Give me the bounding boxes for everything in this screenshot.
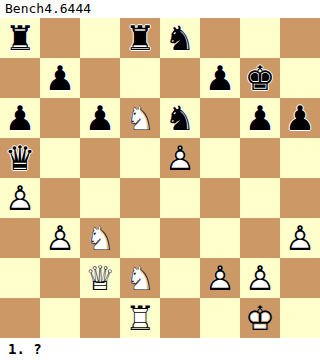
square-g7[interactable]: ♚ xyxy=(240,58,280,98)
piece-white-pawn[interactable]: ♟♙ xyxy=(240,258,280,298)
square-c1[interactable] xyxy=(80,298,120,338)
square-d3[interactable] xyxy=(120,218,160,258)
square-a7[interactable] xyxy=(0,58,40,98)
square-d5[interactable] xyxy=(120,138,160,178)
square-d1[interactable]: ♜♖ xyxy=(120,298,160,338)
square-f4[interactable] xyxy=(200,178,240,218)
piece-outline: ♙ xyxy=(240,258,280,298)
piece-white-pawn[interactable]: ♟♙ xyxy=(160,138,200,178)
square-d8[interactable]: ♜ xyxy=(120,18,160,58)
piece-outline: ♙ xyxy=(40,218,80,258)
piece-outline: ♕ xyxy=(80,258,120,298)
move-prompt: 1. ? xyxy=(8,341,42,357)
square-e8[interactable]: ♞ xyxy=(160,18,200,58)
square-e2[interactable] xyxy=(160,258,200,298)
square-f6[interactable] xyxy=(200,98,240,138)
piece-outline: ♙ xyxy=(200,258,240,298)
piece-white-king[interactable]: ♚♔ xyxy=(240,298,280,338)
square-a6[interactable]: ♟ xyxy=(0,98,40,138)
square-a4[interactable]: ♟♙ xyxy=(0,178,40,218)
square-h3[interactable]: ♟♙ xyxy=(280,218,320,258)
square-h6[interactable]: ♟ xyxy=(280,98,320,138)
square-c8[interactable] xyxy=(80,18,120,58)
window-title: Bench4.6444 xyxy=(5,1,91,16)
square-a5[interactable]: ♛ xyxy=(0,138,40,178)
square-a2[interactable] xyxy=(0,258,40,298)
square-c2[interactable]: ♛♕ xyxy=(80,258,120,298)
square-g2[interactable]: ♟♙ xyxy=(240,258,280,298)
title-bar: Bench4.6444 xyxy=(0,0,320,18)
square-h1[interactable] xyxy=(280,298,320,338)
square-g8[interactable] xyxy=(240,18,280,58)
square-a8[interactable]: ♜ xyxy=(0,18,40,58)
piece-black-queen[interactable]: ♛ xyxy=(0,138,40,178)
chess-board: ♜♜♞♟♟♚♟♟♞♘♞♟♟♛♟♙♟♙♟♙♞♘♟♙♛♕♞♘♟♙♟♙♜♖♚♔ xyxy=(0,18,320,338)
piece-black-pawn[interactable]: ♟ xyxy=(80,98,120,138)
piece-outline: ♙ xyxy=(0,178,40,218)
piece-black-rook[interactable]: ♜ xyxy=(120,18,160,58)
square-f2[interactable]: ♟♙ xyxy=(200,258,240,298)
piece-black-pawn[interactable]: ♟ xyxy=(280,98,320,138)
square-b2[interactable] xyxy=(40,258,80,298)
square-c6[interactable]: ♟ xyxy=(80,98,120,138)
piece-black-pawn[interactable]: ♟ xyxy=(240,98,280,138)
chess-window: Bench4.6444 ♜♜♞♟♟♚♟♟♞♘♞♟♟♛♟♙♟♙♟♙♞♘♟♙♛♕♞♘… xyxy=(0,0,320,360)
square-h8[interactable] xyxy=(280,18,320,58)
piece-white-queen[interactable]: ♛♕ xyxy=(80,258,120,298)
square-b3[interactable]: ♟♙ xyxy=(40,218,80,258)
piece-white-pawn[interactable]: ♟♙ xyxy=(40,218,80,258)
piece-outline: ♘ xyxy=(120,258,160,298)
square-b4[interactable] xyxy=(40,178,80,218)
square-e7[interactable] xyxy=(160,58,200,98)
square-c7[interactable] xyxy=(80,58,120,98)
square-g5[interactable] xyxy=(240,138,280,178)
piece-outline: ♘ xyxy=(120,98,160,138)
square-b6[interactable] xyxy=(40,98,80,138)
piece-outline: ♔ xyxy=(240,298,280,338)
piece-black-pawn[interactable]: ♟ xyxy=(0,98,40,138)
piece-black-pawn[interactable]: ♟ xyxy=(200,58,240,98)
square-a1[interactable] xyxy=(0,298,40,338)
square-g4[interactable] xyxy=(240,178,280,218)
piece-white-rook[interactable]: ♜♖ xyxy=(120,298,160,338)
square-e6[interactable]: ♞ xyxy=(160,98,200,138)
piece-outline: ♙ xyxy=(160,138,200,178)
piece-white-knight[interactable]: ♞♘ xyxy=(120,258,160,298)
piece-white-pawn[interactable]: ♟♙ xyxy=(200,258,240,298)
piece-black-knight[interactable]: ♞ xyxy=(160,18,200,58)
square-h7[interactable] xyxy=(280,58,320,98)
piece-white-knight[interactable]: ♞♘ xyxy=(120,98,160,138)
piece-black-pawn[interactable]: ♟ xyxy=(40,58,80,98)
piece-outline: ♘ xyxy=(80,218,120,258)
square-f7[interactable]: ♟ xyxy=(200,58,240,98)
piece-white-knight[interactable]: ♞♘ xyxy=(80,218,120,258)
square-f5[interactable] xyxy=(200,138,240,178)
piece-black-king[interactable]: ♚ xyxy=(240,58,280,98)
square-g1[interactable]: ♚♔ xyxy=(240,298,280,338)
square-d2[interactable]: ♞♘ xyxy=(120,258,160,298)
square-e1[interactable] xyxy=(160,298,200,338)
square-d4[interactable] xyxy=(120,178,160,218)
square-b7[interactable]: ♟ xyxy=(40,58,80,98)
square-h4[interactable] xyxy=(280,178,320,218)
square-f3[interactable] xyxy=(200,218,240,258)
square-d7[interactable] xyxy=(120,58,160,98)
square-b5[interactable] xyxy=(40,138,80,178)
piece-black-rook[interactable]: ♜ xyxy=(0,18,40,58)
square-h2[interactable] xyxy=(280,258,320,298)
piece-white-pawn[interactable]: ♟♙ xyxy=(0,178,40,218)
square-f8[interactable] xyxy=(200,18,240,58)
square-c4[interactable] xyxy=(80,178,120,218)
square-d6[interactable]: ♞♘ xyxy=(120,98,160,138)
square-g3[interactable] xyxy=(240,218,280,258)
square-e5[interactable]: ♟♙ xyxy=(160,138,200,178)
square-b8[interactable] xyxy=(40,18,80,58)
square-e3[interactable] xyxy=(160,218,200,258)
square-a3[interactable] xyxy=(0,218,40,258)
square-c5[interactable] xyxy=(80,138,120,178)
piece-outline: ♙ xyxy=(280,218,320,258)
square-c3[interactable]: ♞♘ xyxy=(80,218,120,258)
square-g6[interactable]: ♟ xyxy=(240,98,280,138)
piece-black-knight[interactable]: ♞ xyxy=(160,98,200,138)
status-bar: 1. ? xyxy=(0,338,320,360)
square-h5[interactable] xyxy=(280,138,320,178)
square-f1[interactable] xyxy=(200,298,240,338)
square-e4[interactable] xyxy=(160,178,200,218)
piece-white-pawn[interactable]: ♟♙ xyxy=(280,218,320,258)
piece-outline: ♖ xyxy=(120,298,160,338)
square-b1[interactable] xyxy=(40,298,80,338)
